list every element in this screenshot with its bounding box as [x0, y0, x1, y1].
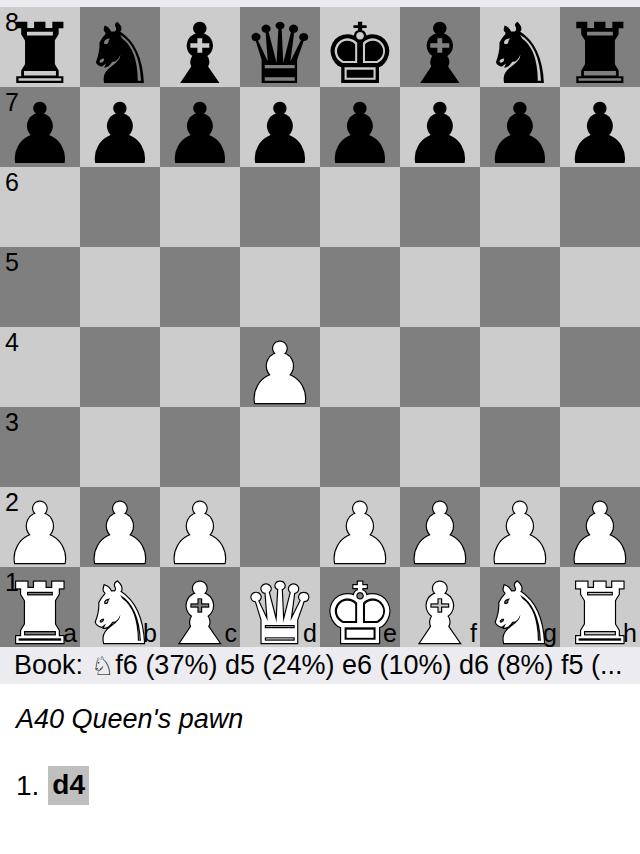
square-h8[interactable]: ♜ [560, 7, 640, 87]
square-f7[interactable]: ♟ [400, 87, 480, 167]
piece-white-pawn-c2[interactable]: ♟ [162, 492, 237, 576]
square-g7[interactable]: ♟ [480, 87, 560, 167]
square-a8[interactable]: 8♜ [0, 7, 80, 87]
piece-white-bishop-f1[interactable]: ♝ [402, 572, 477, 656]
move-list: 1. d4 [16, 766, 640, 805]
square-d2[interactable] [240, 487, 320, 567]
square-a3[interactable]: 3 [0, 407, 80, 487]
square-e4[interactable] [320, 327, 400, 407]
square-d5[interactable] [240, 247, 320, 327]
piece-black-pawn-f7[interactable]: ♟ [402, 92, 477, 176]
selected-move-d4[interactable]: d4 [48, 766, 89, 805]
square-f6[interactable] [400, 167, 480, 247]
square-d7[interactable]: ♟ [240, 87, 320, 167]
square-h2[interactable]: ♟ [560, 487, 640, 567]
square-b5[interactable] [80, 247, 160, 327]
piece-white-pawn-f2[interactable]: ♟ [402, 492, 477, 576]
piece-black-rook-h8[interactable]: ♜ [562, 12, 637, 96]
square-c2[interactable]: ♟ [160, 487, 240, 567]
file-label-f: f [470, 621, 477, 646]
square-c5[interactable] [160, 247, 240, 327]
square-h5[interactable] [560, 247, 640, 327]
square-h3[interactable] [560, 407, 640, 487]
piece-black-pawn-g7[interactable]: ♟ [482, 92, 557, 176]
square-f3[interactable] [400, 407, 480, 487]
square-h4[interactable] [560, 327, 640, 407]
chess-app-screen: 8♜♞♝♛♚♝♞♜7♟♟♟♟♟♟♟♟654♟32♟♟♟♟♟♟♟1a♜b♞c♝d♛… [0, 0, 640, 854]
square-e6[interactable] [320, 167, 400, 247]
square-f4[interactable] [400, 327, 480, 407]
piece-black-bishop-f8[interactable]: ♝ [402, 12, 477, 96]
square-a2[interactable]: 2♟ [0, 487, 80, 567]
piece-black-bishop-c8[interactable]: ♝ [162, 12, 237, 96]
square-f8[interactable]: ♝ [400, 7, 480, 87]
rank-label-5: 5 [5, 250, 19, 275]
square-e1[interactable]: e♚ [320, 567, 400, 647]
rank-label-1: 1 [5, 570, 19, 595]
piece-black-pawn-e7[interactable]: ♟ [322, 92, 397, 176]
square-g6[interactable] [480, 167, 560, 247]
piece-black-king-e8[interactable]: ♚ [322, 12, 397, 96]
square-b7[interactable]: ♟ [80, 87, 160, 167]
file-label-d: d [303, 621, 317, 646]
rank-label-6: 6 [5, 170, 19, 195]
piece-white-pawn-g2[interactable]: ♟ [482, 492, 557, 576]
square-e2[interactable]: ♟ [320, 487, 400, 567]
rank-label-4: 4 [5, 330, 19, 355]
file-label-e: e [383, 621, 397, 646]
piece-white-pawn-e2[interactable]: ♟ [322, 492, 397, 576]
file-label-h: h [623, 621, 637, 646]
file-label-b: b [143, 621, 157, 646]
piece-black-pawn-h7[interactable]: ♟ [562, 92, 637, 176]
piece-black-pawn-c7[interactable]: ♟ [162, 92, 237, 176]
rank-label-3: 3 [5, 410, 19, 435]
square-h6[interactable] [560, 167, 640, 247]
chess-board: 8♜♞♝♛♚♝♞♜7♟♟♟♟♟♟♟♟654♟32♟♟♟♟♟♟♟1a♜b♞c♝d♛… [0, 7, 640, 647]
square-g8[interactable]: ♞ [480, 7, 560, 87]
square-c4[interactable] [160, 327, 240, 407]
square-d6[interactable] [240, 167, 320, 247]
eco-opening-name: A40 Queen's pawn [16, 704, 640, 735]
square-b8[interactable]: ♞ [80, 7, 160, 87]
square-h7[interactable]: ♟ [560, 87, 640, 167]
square-e3[interactable] [320, 407, 400, 487]
file-label-a: a [63, 621, 77, 646]
square-b1[interactable]: b♞ [80, 567, 160, 647]
square-g1[interactable]: g♞ [480, 567, 560, 647]
square-g5[interactable] [480, 247, 560, 327]
rank-label-7: 7 [5, 90, 19, 115]
square-d1[interactable]: d♛ [240, 567, 320, 647]
square-b6[interactable] [80, 167, 160, 247]
square-g3[interactable] [480, 407, 560, 487]
square-a1[interactable]: 1a♜ [0, 567, 80, 647]
rank-label-2: 2 [5, 490, 19, 515]
piece-black-knight-g8[interactable]: ♞ [482, 12, 557, 96]
square-f2[interactable]: ♟ [400, 487, 480, 567]
move-number: 1. [16, 770, 39, 802]
square-h1[interactable]: h♜ [560, 567, 640, 647]
square-a6[interactable]: 6 [0, 167, 80, 247]
square-c8[interactable]: ♝ [160, 7, 240, 87]
piece-black-pawn-b7[interactable]: ♟ [82, 92, 157, 176]
piece-black-knight-b8[interactable]: ♞ [82, 12, 157, 96]
square-e8[interactable]: ♚ [320, 7, 400, 87]
square-c6[interactable] [160, 167, 240, 247]
file-label-c: c [225, 621, 238, 646]
square-b4[interactable] [80, 327, 160, 407]
piece-white-pawn-d4[interactable]: ♟ [242, 332, 317, 416]
square-e7[interactable]: ♟ [320, 87, 400, 167]
piece-white-pawn-b2[interactable]: ♟ [82, 492, 157, 576]
square-d4[interactable]: ♟ [240, 327, 320, 407]
piece-white-pawn-h2[interactable]: ♟ [562, 492, 637, 576]
square-d8[interactable]: ♛ [240, 7, 320, 87]
square-b3[interactable] [80, 407, 160, 487]
square-a5[interactable]: 5 [0, 247, 80, 327]
rank-label-8: 8 [5, 10, 19, 35]
square-e5[interactable] [320, 247, 400, 327]
square-a4[interactable]: 4 [0, 327, 80, 407]
square-d3[interactable] [240, 407, 320, 487]
square-g2[interactable]: ♟ [480, 487, 560, 567]
square-c3[interactable] [160, 407, 240, 487]
square-c7[interactable]: ♟ [160, 87, 240, 167]
square-f5[interactable] [400, 247, 480, 327]
file-label-g: g [543, 621, 557, 646]
square-a7[interactable]: 7♟ [0, 87, 80, 167]
square-g4[interactable] [480, 327, 560, 407]
square-f1[interactable]: f♝ [400, 567, 480, 647]
piece-black-queen-d8[interactable]: ♛ [242, 12, 317, 96]
piece-black-pawn-d7[interactable]: ♟ [242, 92, 317, 176]
square-b2[interactable]: ♟ [80, 487, 160, 567]
square-c1[interactable]: c♝ [160, 567, 240, 647]
